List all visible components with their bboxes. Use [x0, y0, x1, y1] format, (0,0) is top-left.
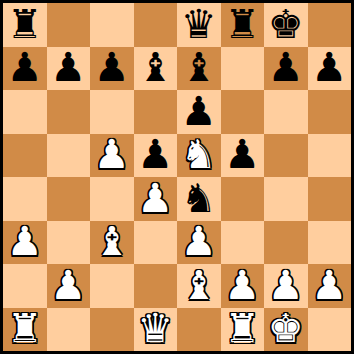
square-h7[interactable]: ♟ — [308, 47, 352, 91]
square-b6[interactable] — [47, 90, 91, 134]
square-e1[interactable] — [177, 308, 221, 352]
square-a2[interactable] — [3, 264, 47, 308]
black-pawn[interactable]: ♟ — [311, 47, 347, 87]
square-d8[interactable] — [134, 3, 178, 47]
square-h3[interactable] — [308, 221, 352, 265]
square-a5[interactable] — [3, 134, 47, 178]
square-a3[interactable]: ♟ — [3, 221, 47, 265]
black-rook[interactable]: ♜ — [224, 4, 260, 44]
square-d7[interactable]: ♝ — [134, 47, 178, 91]
square-g3[interactable] — [264, 221, 308, 265]
square-f1[interactable]: ♜ — [221, 308, 265, 352]
square-g7[interactable]: ♟ — [264, 47, 308, 91]
black-pawn[interactable]: ♟ — [268, 47, 304, 87]
square-b8[interactable] — [47, 3, 91, 47]
square-f3[interactable] — [221, 221, 265, 265]
black-pawn[interactable]: ♟ — [7, 47, 43, 87]
square-f4[interactable] — [221, 177, 265, 221]
square-g8[interactable]: ♚ — [264, 3, 308, 47]
white-pawn[interactable]: ♟ — [268, 265, 304, 305]
square-f7[interactable] — [221, 47, 265, 91]
square-b5[interactable] — [47, 134, 91, 178]
square-e6[interactable]: ♟ — [177, 90, 221, 134]
square-h1[interactable] — [308, 308, 352, 352]
white-pawn[interactable]: ♟ — [50, 265, 86, 305]
chess-board: ♜♛♜♚♟♟♟♝♝♟♟♟♟♟♞♟♟♞♟♝♟♟♝♟♟♟♜♛♜♚ — [3, 3, 351, 351]
board-frame: ♜♛♜♚♟♟♟♝♝♟♟♟♟♟♞♟♟♞♟♝♟♟♝♟♟♟♜♛♜♚ — [0, 0, 354, 354]
square-d6[interactable] — [134, 90, 178, 134]
square-f8[interactable]: ♜ — [221, 3, 265, 47]
square-b2[interactable]: ♟ — [47, 264, 91, 308]
square-b3[interactable] — [47, 221, 91, 265]
black-queen[interactable]: ♛ — [181, 4, 217, 44]
square-e7[interactable]: ♝ — [177, 47, 221, 91]
square-f5[interactable]: ♟ — [221, 134, 265, 178]
white-pawn[interactable]: ♟ — [94, 134, 130, 174]
square-c5[interactable]: ♟ — [90, 134, 134, 178]
black-pawn[interactable]: ♟ — [50, 47, 86, 87]
black-rook[interactable]: ♜ — [7, 4, 43, 44]
square-h2[interactable]: ♟ — [308, 264, 352, 308]
white-pawn[interactable]: ♟ — [7, 221, 43, 261]
square-h6[interactable] — [308, 90, 352, 134]
square-c3[interactable]: ♝ — [90, 221, 134, 265]
square-g6[interactable] — [264, 90, 308, 134]
square-a8[interactable]: ♜ — [3, 3, 47, 47]
white-pawn[interactable]: ♟ — [181, 221, 217, 261]
white-rook[interactable]: ♜ — [224, 308, 260, 348]
black-pawn[interactable]: ♟ — [137, 134, 173, 174]
square-c1[interactable] — [90, 308, 134, 352]
square-e4[interactable]: ♞ — [177, 177, 221, 221]
square-c6[interactable] — [90, 90, 134, 134]
square-e8[interactable]: ♛ — [177, 3, 221, 47]
black-bishop[interactable]: ♝ — [181, 47, 217, 87]
square-a6[interactable] — [3, 90, 47, 134]
square-g2[interactable]: ♟ — [264, 264, 308, 308]
square-d3[interactable] — [134, 221, 178, 265]
square-e5[interactable]: ♞ — [177, 134, 221, 178]
white-pawn[interactable]: ♟ — [137, 178, 173, 218]
square-c4[interactable] — [90, 177, 134, 221]
white-knight[interactable]: ♞ — [181, 134, 217, 174]
white-rook[interactable]: ♜ — [7, 308, 43, 348]
square-a1[interactable]: ♜ — [3, 308, 47, 352]
square-c2[interactable] — [90, 264, 134, 308]
square-f6[interactable] — [221, 90, 265, 134]
square-d4[interactable]: ♟ — [134, 177, 178, 221]
black-pawn[interactable]: ♟ — [181, 91, 217, 131]
black-bishop[interactable]: ♝ — [137, 47, 173, 87]
square-f2[interactable]: ♟ — [221, 264, 265, 308]
square-b4[interactable] — [47, 177, 91, 221]
square-g1[interactable]: ♚ — [264, 308, 308, 352]
black-knight[interactable]: ♞ — [181, 178, 217, 218]
square-h8[interactable] — [308, 3, 352, 47]
black-king[interactable]: ♚ — [268, 4, 304, 44]
white-bishop[interactable]: ♝ — [94, 221, 130, 261]
square-b1[interactable] — [47, 308, 91, 352]
square-a4[interactable] — [3, 177, 47, 221]
square-d5[interactable]: ♟ — [134, 134, 178, 178]
black-pawn[interactable]: ♟ — [94, 47, 130, 87]
square-c8[interactable] — [90, 3, 134, 47]
square-g4[interactable] — [264, 177, 308, 221]
square-c7[interactable]: ♟ — [90, 47, 134, 91]
white-pawn[interactable]: ♟ — [311, 265, 347, 305]
square-g5[interactable] — [264, 134, 308, 178]
white-pawn[interactable]: ♟ — [224, 265, 260, 305]
white-king[interactable]: ♚ — [268, 308, 304, 348]
square-d1[interactable]: ♛ — [134, 308, 178, 352]
square-b7[interactable]: ♟ — [47, 47, 91, 91]
square-e2[interactable]: ♝ — [177, 264, 221, 308]
square-d2[interactable] — [134, 264, 178, 308]
square-h4[interactable] — [308, 177, 352, 221]
black-pawn[interactable]: ♟ — [224, 134, 260, 174]
white-queen[interactable]: ♛ — [137, 308, 173, 348]
square-h5[interactable] — [308, 134, 352, 178]
square-a7[interactable]: ♟ — [3, 47, 47, 91]
white-bishop[interactable]: ♝ — [181, 265, 217, 305]
square-e3[interactable]: ♟ — [177, 221, 221, 265]
